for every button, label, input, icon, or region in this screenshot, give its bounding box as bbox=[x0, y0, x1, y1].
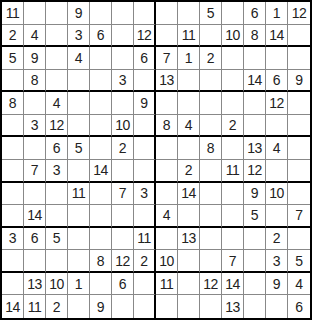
cell-r10c10[interactable] bbox=[200, 205, 222, 228]
cell-r12c5: 8 bbox=[90, 250, 112, 273]
cell-r7c9[interactable] bbox=[178, 137, 200, 160]
cell-r2c10[interactable] bbox=[200, 25, 222, 48]
cell-r8c8[interactable] bbox=[156, 160, 178, 183]
cell-r11c5[interactable] bbox=[90, 228, 112, 251]
cell-r14c11: 13 bbox=[222, 295, 244, 318]
sudoku-page: 1195611224361211108145946712831314698491… bbox=[0, 0, 312, 320]
cell-r1c9[interactable] bbox=[178, 2, 200, 25]
cell-r2c2: 4 bbox=[24, 25, 46, 48]
cell-r4c7[interactable] bbox=[134, 70, 156, 93]
cell-r7c1[interactable] bbox=[2, 137, 24, 160]
cell-r7c11[interactable] bbox=[222, 137, 244, 160]
cell-r10c8: 4 bbox=[156, 205, 178, 228]
cell-r2c7: 12 bbox=[134, 25, 156, 48]
cell-r13c5[interactable] bbox=[90, 273, 112, 296]
cell-r14c2: 11 bbox=[24, 295, 46, 318]
cell-r14c3: 2 bbox=[46, 295, 68, 318]
cell-r12c11: 7 bbox=[222, 250, 244, 273]
cell-r6c8: 8 bbox=[156, 115, 178, 138]
cell-r9c8[interactable] bbox=[156, 183, 178, 206]
cell-r9c5[interactable] bbox=[90, 183, 112, 206]
cell-r9c12: 9 bbox=[244, 183, 266, 206]
cell-r5c13: 12 bbox=[266, 92, 288, 115]
cell-r13c10: 12 bbox=[200, 273, 222, 296]
cell-r2c12: 8 bbox=[244, 25, 266, 48]
cell-r1c3[interactable] bbox=[46, 2, 68, 25]
cell-r2c1: 2 bbox=[2, 25, 24, 48]
cell-r3c3[interactable] bbox=[46, 47, 68, 70]
cell-r4c4[interactable] bbox=[68, 70, 90, 93]
cell-r3c6[interactable] bbox=[112, 47, 134, 70]
cell-r12c8: 10 bbox=[156, 250, 178, 273]
cell-r5c4[interactable] bbox=[68, 92, 90, 115]
cell-r11c12[interactable] bbox=[244, 228, 266, 251]
cell-r11c4[interactable] bbox=[68, 228, 90, 251]
cell-r4c12: 14 bbox=[244, 70, 266, 93]
cell-r13c8: 11 bbox=[156, 273, 178, 296]
cell-r7c2[interactable] bbox=[24, 137, 46, 160]
cell-r12c10[interactable] bbox=[200, 250, 222, 273]
cell-r6c14[interactable] bbox=[288, 115, 310, 138]
cell-r5c6[interactable] bbox=[112, 92, 134, 115]
cell-r13c11: 14 bbox=[222, 273, 244, 296]
cell-r2c4: 3 bbox=[68, 25, 90, 48]
cell-r4c14: 9 bbox=[288, 70, 310, 93]
cell-r11c2: 6 bbox=[24, 228, 46, 251]
cell-r7c12: 13 bbox=[244, 137, 266, 160]
cell-r8c2: 7 bbox=[24, 160, 46, 183]
cell-r5c14[interactable] bbox=[288, 92, 310, 115]
cell-r9c6: 7 bbox=[112, 183, 134, 206]
cell-r5c8[interactable] bbox=[156, 92, 178, 115]
cell-r5c2[interactable] bbox=[24, 92, 46, 115]
cell-r6c4[interactable] bbox=[68, 115, 90, 138]
cell-r4c9[interactable] bbox=[178, 70, 200, 93]
cell-r11c6[interactable] bbox=[112, 228, 134, 251]
cell-r12c13: 3 bbox=[266, 250, 288, 273]
cell-r5c1: 8 bbox=[2, 92, 24, 115]
cell-r2c13: 14 bbox=[266, 25, 288, 48]
cell-r3c13[interactable] bbox=[266, 47, 288, 70]
cell-r12c9[interactable] bbox=[178, 250, 200, 273]
cell-r2c6[interactable] bbox=[112, 25, 134, 48]
cell-r4c6: 3 bbox=[112, 70, 134, 93]
cell-r1c12: 6 bbox=[244, 2, 266, 25]
cell-r2c5: 6 bbox=[90, 25, 112, 48]
cell-r8c6[interactable] bbox=[112, 160, 134, 183]
cell-r3c8: 7 bbox=[156, 47, 178, 70]
cell-r1c1: 11 bbox=[2, 2, 24, 25]
cell-r12c14: 5 bbox=[288, 250, 310, 273]
cell-r1c7[interactable] bbox=[134, 2, 156, 25]
cell-r3c5[interactable] bbox=[90, 47, 112, 70]
cell-r10c13[interactable] bbox=[266, 205, 288, 228]
cell-r6c5[interactable] bbox=[90, 115, 112, 138]
cell-r3c2: 9 bbox=[24, 47, 46, 70]
cell-r9c2[interactable] bbox=[24, 183, 46, 206]
cell-r10c1[interactable] bbox=[2, 205, 24, 228]
cell-r13c13: 9 bbox=[266, 273, 288, 296]
cell-r9c11[interactable] bbox=[222, 183, 244, 206]
cell-r8c9: 2 bbox=[178, 160, 200, 183]
cell-r5c5[interactable] bbox=[90, 92, 112, 115]
cell-r6c13[interactable] bbox=[266, 115, 288, 138]
cell-r11c1: 3 bbox=[2, 228, 24, 251]
cell-r7c3: 6 bbox=[46, 137, 68, 160]
cell-r4c3[interactable] bbox=[46, 70, 68, 93]
cell-r7c14[interactable] bbox=[288, 137, 310, 160]
cell-r4c1[interactable] bbox=[2, 70, 24, 93]
cell-r7c10: 8 bbox=[200, 137, 222, 160]
cell-r7c8[interactable] bbox=[156, 137, 178, 160]
cell-r1c10: 5 bbox=[200, 2, 222, 25]
cell-r1c5[interactable] bbox=[90, 2, 112, 25]
cell-r11c10[interactable] bbox=[200, 228, 222, 251]
cell-r6c6: 10 bbox=[112, 115, 134, 138]
cell-r3c4: 4 bbox=[68, 47, 90, 70]
cell-r11c13: 2 bbox=[266, 228, 288, 251]
cell-r14c10[interactable] bbox=[200, 295, 222, 318]
cell-r8c14[interactable] bbox=[288, 160, 310, 183]
cell-r1c6[interactable] bbox=[112, 2, 134, 25]
cell-r1c2[interactable] bbox=[24, 2, 46, 25]
cell-r4c11[interactable] bbox=[222, 70, 244, 93]
cell-r11c8[interactable] bbox=[156, 228, 178, 251]
cell-r6c12[interactable] bbox=[244, 115, 266, 138]
cell-r10c7[interactable] bbox=[134, 205, 156, 228]
cell-r13c12[interactable] bbox=[244, 273, 266, 296]
cell-r4c8: 13 bbox=[156, 70, 178, 93]
cell-r12c12[interactable] bbox=[244, 250, 266, 273]
cell-r11c7: 11 bbox=[134, 228, 156, 251]
cell-r9c13: 10 bbox=[266, 183, 288, 206]
cell-r8c7[interactable] bbox=[134, 160, 156, 183]
cell-r6c7[interactable] bbox=[134, 115, 156, 138]
cell-r14c5: 9 bbox=[90, 295, 112, 318]
cell-r8c10[interactable] bbox=[200, 160, 222, 183]
cell-r11c11[interactable] bbox=[222, 228, 244, 251]
cell-r8c1[interactable] bbox=[2, 160, 24, 183]
cell-r6c9: 4 bbox=[178, 115, 200, 138]
cell-r13c1[interactable] bbox=[2, 273, 24, 296]
cell-r6c3: 12 bbox=[46, 115, 68, 138]
cell-r3c12[interactable] bbox=[244, 47, 266, 70]
cell-r13c7[interactable] bbox=[134, 273, 156, 296]
cell-r13c14: 4 bbox=[288, 273, 310, 296]
cell-r7c7[interactable] bbox=[134, 137, 156, 160]
cell-r1c13: 1 bbox=[266, 2, 288, 25]
cell-r9c10[interactable] bbox=[200, 183, 222, 206]
cell-r10c4[interactable] bbox=[68, 205, 90, 228]
cell-r7c5[interactable] bbox=[90, 137, 112, 160]
cell-r4c13: 6 bbox=[266, 70, 288, 93]
cell-r3c9: 1 bbox=[178, 47, 200, 70]
cell-r14c1: 14 bbox=[2, 295, 24, 318]
cell-r13c3: 10 bbox=[46, 273, 68, 296]
cell-r2c3[interactable] bbox=[46, 25, 68, 48]
cell-r1c8[interactable] bbox=[156, 2, 178, 25]
cell-r4c2: 8 bbox=[24, 70, 46, 93]
cell-r3c14[interactable] bbox=[288, 47, 310, 70]
cell-r12c2[interactable] bbox=[24, 250, 46, 273]
cell-r5c3: 4 bbox=[46, 92, 68, 115]
cell-r5c9[interactable] bbox=[178, 92, 200, 115]
cell-r1c11[interactable] bbox=[222, 2, 244, 25]
cell-r5c7: 9 bbox=[134, 92, 156, 115]
cell-r10c12: 5 bbox=[244, 205, 266, 228]
cell-r13c2: 13 bbox=[24, 273, 46, 296]
cell-r14c6[interactable] bbox=[112, 295, 134, 318]
cell-r14c13[interactable] bbox=[266, 295, 288, 318]
cell-r13c6: 6 bbox=[112, 273, 134, 296]
cell-r1c14: 12 bbox=[288, 2, 310, 25]
cell-r7c6: 2 bbox=[112, 137, 134, 160]
cell-r3c11[interactable] bbox=[222, 47, 244, 70]
cell-r10c3[interactable] bbox=[46, 205, 68, 228]
cell-r12c7: 2 bbox=[134, 250, 156, 273]
cell-r9c7: 3 bbox=[134, 183, 156, 206]
cell-r14c4[interactable] bbox=[68, 295, 90, 318]
cell-r9c4: 11 bbox=[68, 183, 90, 206]
cell-r2c9: 11 bbox=[178, 25, 200, 48]
cell-r9c14[interactable] bbox=[288, 183, 310, 206]
sudoku-board: 1195611224361211108145946712831314698491… bbox=[0, 0, 312, 320]
cell-r11c14[interactable] bbox=[288, 228, 310, 251]
cell-r10c11[interactable] bbox=[222, 205, 244, 228]
cell-r10c9[interactable] bbox=[178, 205, 200, 228]
cell-r8c4[interactable] bbox=[68, 160, 90, 183]
cell-r4c5[interactable] bbox=[90, 70, 112, 93]
cell-r7c4: 5 bbox=[68, 137, 90, 160]
cell-r2c8[interactable] bbox=[156, 25, 178, 48]
cell-r9c3[interactable] bbox=[46, 183, 68, 206]
cell-r12c3[interactable] bbox=[46, 250, 68, 273]
cell-r14c7[interactable] bbox=[134, 295, 156, 318]
cell-r14c8[interactable] bbox=[156, 295, 178, 318]
cell-r6c10[interactable] bbox=[200, 115, 222, 138]
cell-r6c2: 3 bbox=[24, 115, 46, 138]
cell-r13c4: 1 bbox=[68, 273, 90, 296]
cell-r3c7: 6 bbox=[134, 47, 156, 70]
cell-r8c5: 14 bbox=[90, 160, 112, 183]
cell-r12c4[interactable] bbox=[68, 250, 90, 273]
cell-r9c9: 14 bbox=[178, 183, 200, 206]
cell-r12c6: 12 bbox=[112, 250, 134, 273]
cell-r8c11: 11 bbox=[222, 160, 244, 183]
cell-r2c11: 10 bbox=[222, 25, 244, 48]
cell-r14c12[interactable] bbox=[244, 295, 266, 318]
cell-r10c6[interactable] bbox=[112, 205, 134, 228]
cell-r3c1: 5 bbox=[2, 47, 24, 70]
cell-r11c3: 5 bbox=[46, 228, 68, 251]
cell-r14c9[interactable] bbox=[178, 295, 200, 318]
cell-r6c1[interactable] bbox=[2, 115, 24, 138]
cell-r13c9[interactable] bbox=[178, 273, 200, 296]
cell-r2c14[interactable] bbox=[288, 25, 310, 48]
cell-r6c11: 2 bbox=[222, 115, 244, 138]
cell-r8c12: 12 bbox=[244, 160, 266, 183]
cell-r12c1[interactable] bbox=[2, 250, 24, 273]
cell-r5c10[interactable] bbox=[200, 92, 222, 115]
cell-r9c1[interactable] bbox=[2, 183, 24, 206]
cell-r7c13: 4 bbox=[266, 137, 288, 160]
cell-r11c9: 13 bbox=[178, 228, 200, 251]
cell-r1c4: 9 bbox=[68, 2, 90, 25]
cell-r3c10: 2 bbox=[200, 47, 222, 70]
cell-r5c11[interactable] bbox=[222, 92, 244, 115]
cell-r8c3: 3 bbox=[46, 160, 68, 183]
cell-r10c2: 14 bbox=[24, 205, 46, 228]
cell-r5c12[interactable] bbox=[244, 92, 266, 115]
cell-r8c13[interactable] bbox=[266, 160, 288, 183]
cell-r10c14: 7 bbox=[288, 205, 310, 228]
cell-r4c10[interactable] bbox=[200, 70, 222, 93]
cell-r10c5[interactable] bbox=[90, 205, 112, 228]
cell-r14c14: 6 bbox=[288, 295, 310, 318]
